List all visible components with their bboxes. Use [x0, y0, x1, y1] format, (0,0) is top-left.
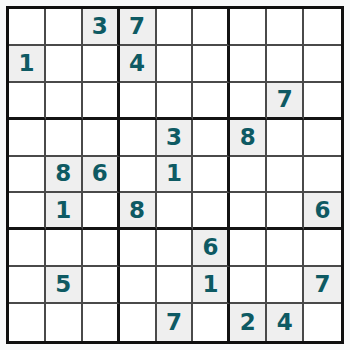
cell-r7c7[interactable]	[230, 230, 267, 267]
cell-r7c2[interactable]	[46, 230, 83, 267]
cell-r6c3[interactable]	[83, 193, 120, 230]
cell-r2c7[interactable]	[230, 46, 267, 83]
cell-r2c3[interactable]	[83, 46, 120, 83]
cell-r3c8[interactable]: 7	[267, 83, 304, 120]
sudoku-page: 37147388611866517724	[0, 0, 350, 350]
cell-r7c5[interactable]	[157, 230, 194, 267]
cell-r3c4[interactable]	[120, 83, 157, 120]
cell-r8c1[interactable]	[9, 267, 46, 304]
cell-r4c1[interactable]	[9, 120, 46, 157]
cell-r5c4[interactable]	[120, 157, 157, 194]
cell-r1c4[interactable]: 7	[120, 9, 157, 46]
cell-r3c5[interactable]	[157, 83, 194, 120]
cell-r1c8[interactable]	[267, 9, 304, 46]
cell-r8c5[interactable]	[157, 267, 194, 304]
cell-r9c4[interactable]	[120, 304, 157, 341]
cell-r7c6[interactable]: 6	[193, 230, 230, 267]
cell-r4c9[interactable]	[304, 120, 341, 157]
cell-r2c4[interactable]: 4	[120, 46, 157, 83]
cell-r9c8[interactable]: 4	[267, 304, 304, 341]
cell-r8c7[interactable]	[230, 267, 267, 304]
cell-r5c3[interactable]: 6	[83, 157, 120, 194]
cell-r4c8[interactable]	[267, 120, 304, 157]
cell-r2c8[interactable]	[267, 46, 304, 83]
cell-r5c1[interactable]	[9, 157, 46, 194]
cell-r1c6[interactable]	[193, 9, 230, 46]
cell-r1c3[interactable]: 3	[83, 9, 120, 46]
cell-r3c7[interactable]	[230, 83, 267, 120]
cell-r4c3[interactable]	[83, 120, 120, 157]
cell-r6c2[interactable]: 1	[46, 193, 83, 230]
cell-r8c3[interactable]	[83, 267, 120, 304]
cell-r8c6[interactable]: 1	[193, 267, 230, 304]
cell-r9c3[interactable]	[83, 304, 120, 341]
cell-r1c9[interactable]	[304, 9, 341, 46]
cell-r9c7[interactable]: 2	[230, 304, 267, 341]
cell-r8c2[interactable]: 5	[46, 267, 83, 304]
cell-r9c6[interactable]	[193, 304, 230, 341]
cell-r2c5[interactable]	[157, 46, 194, 83]
cell-r9c1[interactable]	[9, 304, 46, 341]
cell-r8c4[interactable]	[120, 267, 157, 304]
cell-r7c1[interactable]	[9, 230, 46, 267]
cell-r7c9[interactable]	[304, 230, 341, 267]
cell-r7c8[interactable]	[267, 230, 304, 267]
cell-r6c6[interactable]	[193, 193, 230, 230]
cell-r8c8[interactable]	[267, 267, 304, 304]
cell-r1c1[interactable]	[9, 9, 46, 46]
sudoku-board: 37147388611866517724	[6, 6, 344, 344]
cell-r6c8[interactable]	[267, 193, 304, 230]
cell-r1c5[interactable]	[157, 9, 194, 46]
cell-r9c2[interactable]	[46, 304, 83, 341]
cell-r3c3[interactable]	[83, 83, 120, 120]
cell-r5c6[interactable]	[193, 157, 230, 194]
cell-r1c7[interactable]	[230, 9, 267, 46]
cell-r6c7[interactable]	[230, 193, 267, 230]
cell-r6c1[interactable]	[9, 193, 46, 230]
cell-r7c4[interactable]	[120, 230, 157, 267]
cell-r5c7[interactable]	[230, 157, 267, 194]
cell-r5c8[interactable]	[267, 157, 304, 194]
cell-r4c6[interactable]	[193, 120, 230, 157]
cell-r2c9[interactable]	[304, 46, 341, 83]
cell-r5c2[interactable]: 8	[46, 157, 83, 194]
cell-r4c2[interactable]	[46, 120, 83, 157]
cell-r2c1[interactable]: 1	[9, 46, 46, 83]
cell-r2c6[interactable]	[193, 46, 230, 83]
cell-r3c9[interactable]	[304, 83, 341, 120]
cell-r9c9[interactable]	[304, 304, 341, 341]
cell-r6c9[interactable]: 6	[304, 193, 341, 230]
cell-r3c6[interactable]	[193, 83, 230, 120]
cell-r6c5[interactable]	[157, 193, 194, 230]
cell-r3c1[interactable]	[9, 83, 46, 120]
cell-r5c9[interactable]	[304, 157, 341, 194]
cell-r1c2[interactable]	[46, 9, 83, 46]
cell-r5c5[interactable]: 1	[157, 157, 194, 194]
cell-r7c3[interactable]	[83, 230, 120, 267]
cell-r4c5[interactable]: 3	[157, 120, 194, 157]
cell-r4c7[interactable]: 8	[230, 120, 267, 157]
cell-r2c2[interactable]	[46, 46, 83, 83]
cell-r4c4[interactable]	[120, 120, 157, 157]
cell-r3c2[interactable]	[46, 83, 83, 120]
cell-r6c4[interactable]: 8	[120, 193, 157, 230]
cell-r8c9[interactable]: 7	[304, 267, 341, 304]
cell-r9c5[interactable]: 7	[157, 304, 194, 341]
